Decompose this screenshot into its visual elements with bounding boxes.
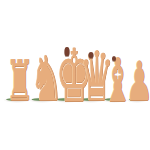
knight-icon: ♞ bbox=[30, 48, 54, 110]
pawn-icon: ♟ bbox=[126, 55, 148, 109]
rook-icon: ♜ bbox=[6, 53, 28, 109]
bishop-finial bbox=[112, 56, 116, 61]
queen-finial bbox=[89, 52, 94, 58]
king-finial bbox=[65, 47, 70, 56]
chess-set-photo: ♜ ♞ ♚ ♛ ♝ ♟ bbox=[0, 0, 150, 150]
